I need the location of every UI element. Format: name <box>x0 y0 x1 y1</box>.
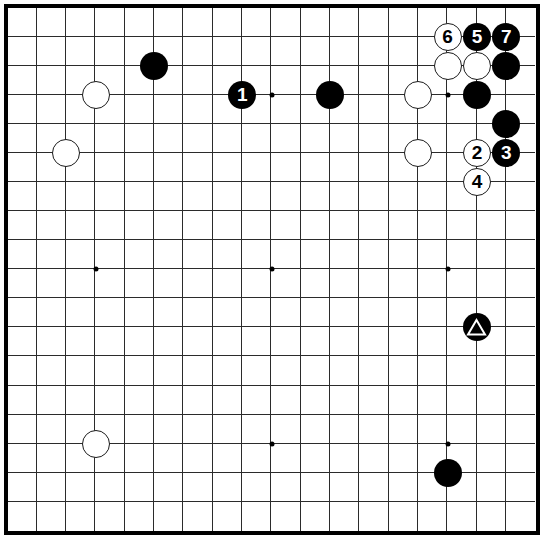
stone-white <box>463 52 491 80</box>
stone-black <box>492 110 520 138</box>
stone-move-3: 3 <box>492 139 520 167</box>
stone-white <box>404 139 432 167</box>
stone-black <box>140 52 168 80</box>
stones-layer: 1573624 <box>8 8 536 532</box>
stone-black <box>463 81 491 109</box>
stone-black <box>492 52 520 80</box>
stone-move-4: 4 <box>463 168 491 196</box>
stone-move-5: 5 <box>463 23 491 51</box>
move-number-label: 1 <box>237 85 248 104</box>
go-board-diagram: 1573624 <box>0 0 542 539</box>
move-number-label: 7 <box>501 27 512 46</box>
stone-black <box>316 81 344 109</box>
stone-move-2: 2 <box>463 139 491 167</box>
hoshi-point <box>269 441 274 446</box>
stone-white <box>82 430 110 458</box>
hoshi-point <box>269 92 274 97</box>
move-number-label: 2 <box>472 143 483 162</box>
triangle-mark-icon <box>466 318 487 337</box>
move-number-label: 5 <box>472 27 483 46</box>
move-number-label: 4 <box>472 172 483 191</box>
hoshi-point <box>93 267 98 272</box>
move-number-label: 3 <box>501 143 512 162</box>
stone-black <box>434 459 462 487</box>
hoshi-point <box>269 267 274 272</box>
stone-move-1: 1 <box>228 81 256 109</box>
stone-white <box>404 81 432 109</box>
stone-move-7: 7 <box>492 23 520 51</box>
move-number-label: 6 <box>442 27 453 46</box>
stone-white <box>52 139 80 167</box>
stone-black-triangle-marked <box>463 313 491 341</box>
stone-move-6: 6 <box>434 23 462 51</box>
stone-white <box>434 52 462 80</box>
stone-white <box>82 81 110 109</box>
hoshi-point <box>445 267 450 272</box>
hoshi-point <box>445 92 450 97</box>
hoshi-point <box>445 441 450 446</box>
